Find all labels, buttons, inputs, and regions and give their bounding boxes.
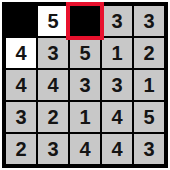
cell-r0c0[interactable]: [6, 6, 36, 36]
page: 5 3 3 4 3 5 1 2 4 4 3 3 1 3 2 1 4 5 2 3 …: [0, 0, 170, 170]
cell-r1c2[interactable]: 5: [70, 38, 100, 68]
cell-r4c0[interactable]: 2: [6, 134, 36, 164]
cell-r4c2[interactable]: 4: [70, 134, 100, 164]
cell-r3c2[interactable]: 1: [70, 102, 100, 132]
cell-r0c2-selected[interactable]: [70, 6, 100, 36]
cell-r3c4[interactable]: 5: [134, 102, 164, 132]
cell-r1c0[interactable]: 4: [6, 38, 36, 68]
cell-r3c0[interactable]: 3: [6, 102, 36, 132]
cell-r1c3[interactable]: 1: [102, 38, 132, 68]
cell-r2c3[interactable]: 3: [102, 70, 132, 100]
cell-r2c4[interactable]: 1: [134, 70, 164, 100]
cell-r3c1[interactable]: 2: [38, 102, 68, 132]
cell-r4c3[interactable]: 4: [102, 134, 132, 164]
cell-r2c2[interactable]: 3: [70, 70, 100, 100]
cell-r0c1[interactable]: 5: [38, 6, 68, 36]
cell-r4c4[interactable]: 3: [134, 134, 164, 164]
cell-r2c1[interactable]: 4: [38, 70, 68, 100]
hitori-board: 5 3 3 4 3 5 1 2 4 4 3 3 1 3 2 1 4 5 2 3 …: [2, 2, 168, 168]
cell-r1c4[interactable]: 2: [134, 38, 164, 68]
cell-r2c0[interactable]: 4: [6, 70, 36, 100]
cell-r0c3[interactable]: 3: [102, 6, 132, 36]
cell-r3c3[interactable]: 4: [102, 102, 132, 132]
cell-r1c1[interactable]: 3: [38, 38, 68, 68]
cell-r0c4[interactable]: 3: [134, 6, 164, 36]
cell-r4c1[interactable]: 3: [38, 134, 68, 164]
